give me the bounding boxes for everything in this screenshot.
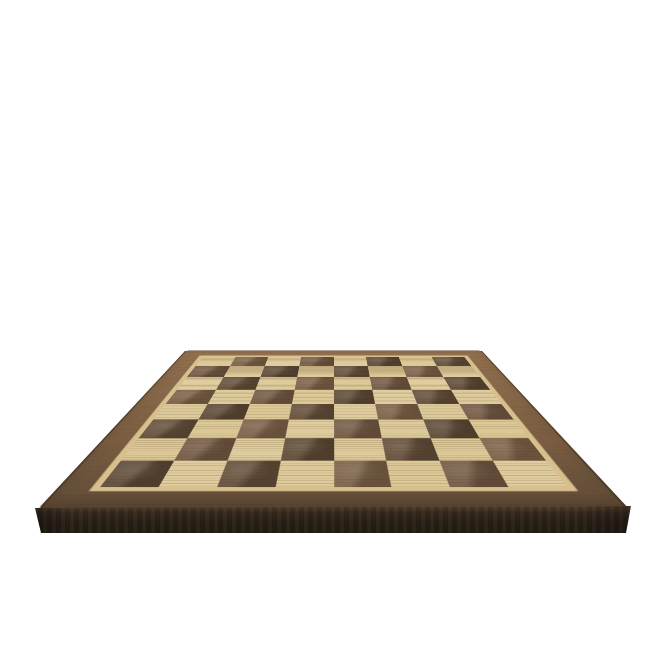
square-d6[interactable] bbox=[294, 377, 333, 389]
square-b4[interactable] bbox=[198, 403, 249, 419]
square-d1[interactable] bbox=[275, 460, 333, 487]
square-h7[interactable] bbox=[437, 366, 480, 377]
square-b6[interactable] bbox=[216, 377, 260, 389]
square-f3[interactable] bbox=[378, 419, 430, 438]
square-d2[interactable] bbox=[280, 438, 333, 460]
chess-board bbox=[37, 350, 630, 509]
square-c8[interactable] bbox=[264, 356, 300, 366]
photo-background bbox=[0, 0, 658, 658]
square-f5[interactable] bbox=[372, 389, 417, 403]
square-e1[interactable] bbox=[333, 460, 391, 487]
square-a7[interactable] bbox=[186, 366, 229, 377]
square-f2[interactable] bbox=[382, 438, 440, 460]
square-c1[interactable] bbox=[216, 460, 280, 487]
square-a8[interactable] bbox=[195, 356, 235, 366]
square-e3[interactable] bbox=[333, 419, 382, 438]
square-e6[interactable] bbox=[333, 377, 372, 389]
square-h8[interactable] bbox=[431, 356, 471, 366]
square-d8[interactable] bbox=[298, 356, 333, 366]
square-e4[interactable] bbox=[333, 403, 378, 419]
square-b8[interactable] bbox=[229, 356, 267, 366]
square-e2[interactable] bbox=[333, 438, 386, 460]
square-c5[interactable] bbox=[249, 389, 294, 403]
square-b5[interactable] bbox=[207, 389, 254, 403]
square-c6[interactable] bbox=[255, 377, 297, 389]
square-d5[interactable] bbox=[291, 389, 333, 403]
square-c3[interactable] bbox=[235, 419, 287, 438]
square-b7[interactable] bbox=[223, 366, 264, 377]
square-f4[interactable] bbox=[375, 403, 423, 419]
square-d4[interactable] bbox=[288, 403, 333, 419]
square-e5[interactable] bbox=[333, 389, 375, 403]
square-d3[interactable] bbox=[284, 419, 333, 438]
square-f7[interactable] bbox=[368, 366, 407, 377]
square-c4[interactable] bbox=[243, 403, 291, 419]
square-g8[interactable] bbox=[398, 356, 436, 366]
square-e8[interactable] bbox=[333, 356, 368, 366]
square-f8[interactable] bbox=[366, 356, 402, 366]
square-d7[interactable] bbox=[296, 366, 333, 377]
square-c7[interactable] bbox=[260, 366, 299, 377]
square-c2[interactable] bbox=[227, 438, 285, 460]
square-e7[interactable] bbox=[333, 366, 370, 377]
square-f6[interactable] bbox=[370, 377, 412, 389]
